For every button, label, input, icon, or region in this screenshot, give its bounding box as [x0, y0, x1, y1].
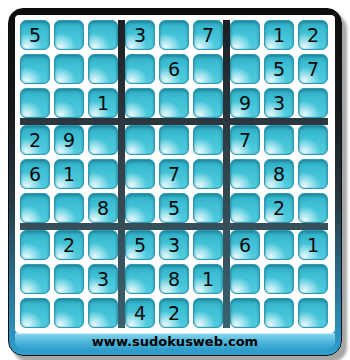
- cell-r5c9[interactable]: [298, 159, 328, 189]
- cell-r1c9[interactable]: 2: [298, 20, 328, 50]
- cell-r8c5[interactable]: 8: [159, 264, 189, 294]
- box-r3c1: 23: [20, 230, 118, 328]
- cell-r7c6[interactable]: [193, 230, 223, 260]
- cell-r6c5[interactable]: 5: [159, 193, 189, 223]
- cell-r2c7[interactable]: [230, 54, 260, 84]
- cell-r3c1[interactable]: [20, 88, 50, 118]
- cell-r8c8[interactable]: [264, 264, 294, 294]
- box-r1c1: 51: [20, 20, 118, 118]
- cell-r2c4[interactable]: [125, 54, 155, 84]
- cell-r7c9[interactable]: 1: [298, 230, 328, 260]
- box-r2c3: 782: [230, 125, 328, 223]
- page: 5137612579329618757822353814261 www.sudo…: [0, 0, 350, 360]
- cell-r1c3[interactable]: [88, 20, 118, 50]
- cell-r8c2[interactable]: [54, 264, 84, 294]
- cell-r9c9[interactable]: [298, 298, 328, 328]
- cell-r2c1[interactable]: [20, 54, 50, 84]
- cell-r9c6[interactable]: [193, 298, 223, 328]
- cell-r5c4[interactable]: [125, 159, 155, 189]
- cell-r4c2[interactable]: 9: [54, 125, 84, 155]
- cell-r9c8[interactable]: [264, 298, 294, 328]
- cell-r7c2[interactable]: 2: [54, 230, 84, 260]
- cell-r1c1[interactable]: 5: [20, 20, 50, 50]
- cell-r8c4[interactable]: [125, 264, 155, 294]
- cell-r8c7[interactable]: [230, 264, 260, 294]
- box-r2c2: 75: [125, 125, 223, 223]
- cell-r3c6[interactable]: [193, 88, 223, 118]
- cell-r3c3[interactable]: 1: [88, 88, 118, 118]
- cell-r2c5[interactable]: 6: [159, 54, 189, 84]
- cell-r9c2[interactable]: [54, 298, 84, 328]
- cell-r3c9[interactable]: [298, 88, 328, 118]
- cell-r2c9[interactable]: 7: [298, 54, 328, 84]
- cell-r6c9[interactable]: [298, 193, 328, 223]
- sudoku-grid: 5137612579329618757822353814261: [20, 20, 328, 328]
- cell-r9c1[interactable]: [20, 298, 50, 328]
- cell-r1c8[interactable]: 1: [264, 20, 294, 50]
- cell-r3c7[interactable]: 9: [230, 88, 260, 118]
- cell-r4c1[interactable]: 2: [20, 125, 50, 155]
- cell-r6c2[interactable]: [54, 193, 84, 223]
- cell-r1c4[interactable]: 3: [125, 20, 155, 50]
- sudoku-board: 5137612579329618757822353814261 www.sudo…: [8, 8, 342, 356]
- cell-r9c4[interactable]: 4: [125, 298, 155, 328]
- cell-r5c1[interactable]: 6: [20, 159, 50, 189]
- cell-r3c4[interactable]: [125, 88, 155, 118]
- cell-r2c2[interactable]: [54, 54, 84, 84]
- cell-r7c1[interactable]: [20, 230, 50, 260]
- cell-r1c6[interactable]: 7: [193, 20, 223, 50]
- cell-r1c7[interactable]: [230, 20, 260, 50]
- footer-link[interactable]: www.sudokusweb.com: [15, 333, 335, 350]
- cell-r3c2[interactable]: [54, 88, 84, 118]
- cell-r7c5[interactable]: 3: [159, 230, 189, 260]
- cell-r5c5[interactable]: 7: [159, 159, 189, 189]
- cell-r1c5[interactable]: [159, 20, 189, 50]
- board-inner: 5137612579329618757822353814261: [15, 15, 335, 333]
- cell-r5c3[interactable]: [88, 159, 118, 189]
- cell-r8c1[interactable]: [20, 264, 50, 294]
- cell-r6c4[interactable]: [125, 193, 155, 223]
- cell-r4c7[interactable]: 7: [230, 125, 260, 155]
- cell-r8c9[interactable]: [298, 264, 328, 294]
- cell-r7c4[interactable]: 5: [125, 230, 155, 260]
- cell-r5c6[interactable]: [193, 159, 223, 189]
- cell-r8c3[interactable]: 3: [88, 264, 118, 294]
- cell-r6c3[interactable]: 8: [88, 193, 118, 223]
- box-r2c1: 29618: [20, 125, 118, 223]
- cell-r3c8[interactable]: 3: [264, 88, 294, 118]
- cell-r4c3[interactable]: [88, 125, 118, 155]
- cell-r6c6[interactable]: [193, 193, 223, 223]
- cell-r5c8[interactable]: 8: [264, 159, 294, 189]
- cell-r4c5[interactable]: [159, 125, 189, 155]
- cell-r5c7[interactable]: [230, 159, 260, 189]
- box-r3c2: 538142: [125, 230, 223, 328]
- cell-r6c8[interactable]: 2: [264, 193, 294, 223]
- cell-r7c7[interactable]: 6: [230, 230, 260, 260]
- cell-r8c6[interactable]: 1: [193, 264, 223, 294]
- cell-r4c9[interactable]: [298, 125, 328, 155]
- cell-r3c5[interactable]: [159, 88, 189, 118]
- cell-r7c3[interactable]: [88, 230, 118, 260]
- cell-r9c7[interactable]: [230, 298, 260, 328]
- cell-r1c2[interactable]: [54, 20, 84, 50]
- cell-r9c3[interactable]: [88, 298, 118, 328]
- cell-r4c4[interactable]: [125, 125, 155, 155]
- cell-r6c1[interactable]: [20, 193, 50, 223]
- cell-r6c7[interactable]: [230, 193, 260, 223]
- cell-r9c5[interactable]: 2: [159, 298, 189, 328]
- cell-r4c8[interactable]: [264, 125, 294, 155]
- cell-r2c8[interactable]: 5: [264, 54, 294, 84]
- cell-r4c6[interactable]: [193, 125, 223, 155]
- cell-r7c8[interactable]: [264, 230, 294, 260]
- cell-r2c6[interactable]: [193, 54, 223, 84]
- box-r3c3: 61: [230, 230, 328, 328]
- cell-r2c3[interactable]: [88, 54, 118, 84]
- box-r1c3: 125793: [230, 20, 328, 118]
- cell-r5c2[interactable]: 1: [54, 159, 84, 189]
- box-r1c2: 376: [125, 20, 223, 118]
